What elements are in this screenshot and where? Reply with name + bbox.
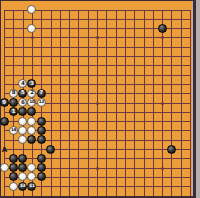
star-point <box>161 36 164 39</box>
move-number: 10 <box>29 100 34 105</box>
black-stone[interactable] <box>46 145 55 154</box>
star-point <box>161 167 164 170</box>
white-stone[interactable] <box>18 135 27 144</box>
black-stone[interactable] <box>27 135 36 144</box>
white-stone[interactable] <box>27 5 36 14</box>
black-stone[interactable] <box>0 117 9 126</box>
black-stone[interactable] <box>18 163 27 172</box>
point-label-A: A <box>2 146 7 153</box>
black-stone[interactable] <box>37 154 46 163</box>
grid-line-horizontal <box>4 47 191 48</box>
black-stone[interactable]: 1 <box>9 107 18 116</box>
white-stone[interactable] <box>0 163 9 172</box>
grid-line-horizontal <box>4 158 191 159</box>
move-number: 13 <box>20 184 25 189</box>
white-stone[interactable]: 10 <box>27 98 36 107</box>
star-point <box>31 36 34 39</box>
white-stone[interactable] <box>18 126 27 135</box>
board-frame-top <box>0 0 196 1</box>
white-stone[interactable] <box>18 117 27 126</box>
black-stone[interactable] <box>9 163 18 172</box>
black-stone[interactable] <box>9 154 18 163</box>
grid-line-horizontal <box>4 75 191 76</box>
move-number: 6 <box>21 100 24 106</box>
move-number: 4 <box>21 81 24 87</box>
star-point <box>96 167 99 170</box>
black-stone[interactable] <box>37 117 46 126</box>
black-stone[interactable] <box>158 24 167 33</box>
white-stone[interactable]: 12 <box>37 98 46 107</box>
black-stone[interactable] <box>18 107 27 116</box>
black-stone[interactable] <box>9 172 18 181</box>
white-stone[interactable] <box>27 172 36 181</box>
board-frame-bottom <box>0 196 196 198</box>
black-stone[interactable] <box>37 126 46 135</box>
go-board[interactable]: 4385279610121141311A <box>0 0 192 198</box>
grid-line-horizontal <box>4 149 191 150</box>
move-number: 5 <box>21 91 24 97</box>
black-stone[interactable]: 13 <box>18 182 27 191</box>
move-number: 14 <box>11 128 16 133</box>
black-stone[interactable]: 5 <box>18 89 27 98</box>
white-stone[interactable]: 6 <box>18 98 27 107</box>
move-number: 3 <box>30 81 33 87</box>
star-point <box>96 36 99 39</box>
grid-line-horizontal <box>4 65 191 66</box>
black-stone[interactable] <box>37 172 46 181</box>
black-stone[interactable] <box>37 163 46 172</box>
white-stone[interactable] <box>27 126 36 135</box>
white-stone[interactable]: 8 <box>9 89 18 98</box>
move-number: 1 <box>12 109 15 115</box>
white-stone[interactable]: 4 <box>18 79 27 88</box>
move-number: 11 <box>29 184 34 189</box>
white-stone[interactable] <box>27 24 36 33</box>
move-number: 7 <box>40 91 43 97</box>
white-stone[interactable] <box>27 117 36 126</box>
go-diagram: 4385279610121141311A <box>0 0 200 198</box>
move-number: 9 <box>2 100 5 106</box>
white-stone[interactable] <box>9 182 18 191</box>
move-number: 8 <box>12 91 15 97</box>
move-number: 12 <box>39 100 44 105</box>
black-stone[interactable]: 7 <box>37 89 46 98</box>
black-stone[interactable] <box>27 107 36 116</box>
move-number: 2 <box>30 91 33 97</box>
black-stone[interactable]: 11 <box>27 182 36 191</box>
white-stone[interactable] <box>27 163 36 172</box>
black-stone[interactable] <box>167 145 176 154</box>
black-stone[interactable]: 9 <box>0 98 9 107</box>
black-stone[interactable] <box>37 135 46 144</box>
white-stone[interactable]: 2 <box>27 89 36 98</box>
grid-line-horizontal <box>4 56 191 57</box>
white-stone[interactable]: 14 <box>9 126 18 135</box>
black-stone[interactable]: 3 <box>27 79 36 88</box>
star-point <box>161 102 164 105</box>
black-stone[interactable] <box>9 98 18 107</box>
grid-line-horizontal <box>4 19 191 20</box>
board-frame-right <box>193 0 196 198</box>
star-point <box>96 102 99 105</box>
black-stone[interactable] <box>18 154 27 163</box>
white-stone[interactable] <box>18 172 27 181</box>
